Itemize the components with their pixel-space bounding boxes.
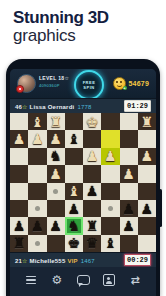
smiley-coin-icon: + xyxy=(113,77,126,90)
square-7-0[interactable]: ♜ xyxy=(10,235,28,252)
square-6-1[interactable]: ♟ xyxy=(28,217,46,234)
square-7-7[interactable] xyxy=(138,235,156,252)
square-1-7[interactable] xyxy=(138,130,156,147)
piece-bP: ♟ xyxy=(31,219,44,233)
piece-bP: ♟ xyxy=(86,184,99,198)
square-4-3[interactable]: ♝ xyxy=(65,183,83,200)
square-6-6[interactable]: ♟ xyxy=(120,217,138,234)
piece-wP: ♟ xyxy=(86,149,99,163)
square-1-4[interactable] xyxy=(83,130,101,147)
level-subtext: 4090360P xyxy=(39,83,69,88)
square-2-4[interactable]: ♟ xyxy=(83,148,101,165)
square-7-5[interactable]: ♝ xyxy=(101,235,119,252)
piece-bP: ♟ xyxy=(141,202,154,216)
piece-bQ: ♛ xyxy=(86,236,99,250)
player-clock: 00:29 xyxy=(124,254,151,266)
square-2-5[interactable]: ♟ xyxy=(101,148,119,165)
square-7-4[interactable]: ♛ xyxy=(83,235,101,252)
settings-gear-icon[interactable]: ⚙ xyxy=(51,274,64,286)
square-4-0[interactable] xyxy=(10,183,28,200)
piece-wP: ♟ xyxy=(13,132,26,146)
piece-bR: ♜ xyxy=(86,219,99,233)
notification-badge xyxy=(16,85,24,93)
square-5-1[interactable] xyxy=(28,200,46,217)
headline: Stunning 3D graphics xyxy=(13,8,109,45)
opponent-clock: 01:29 xyxy=(124,100,151,112)
square-3-7[interactable] xyxy=(138,165,156,182)
vip-badge: VIP xyxy=(67,258,77,264)
square-5-3[interactable]: ♟ xyxy=(65,200,83,217)
square-7-2[interactable] xyxy=(47,235,65,252)
store-screenshot: Stunning 3D graphics LEVEL 18☆ 4090360P … xyxy=(0,0,166,296)
square-2-3[interactable] xyxy=(65,148,83,165)
square-7-1[interactable] xyxy=(28,235,46,252)
opponent-name: Lissa Oernardi xyxy=(30,104,75,110)
square-2-7[interactable]: ♟ xyxy=(138,148,156,165)
piece-bN: ♞ xyxy=(68,219,81,233)
square-1-3[interactable]: ♝ xyxy=(65,130,83,147)
piece-bB: ♝ xyxy=(68,132,81,146)
piece-wP: ♟ xyxy=(31,132,44,146)
piece-wP: ♟ xyxy=(122,167,135,181)
square-5-5[interactable] xyxy=(101,200,119,217)
piece-wP: ♟ xyxy=(141,149,154,163)
legal-move-dot xyxy=(35,241,40,246)
square-3-5[interactable] xyxy=(101,165,119,182)
piece-bK: ♚ xyxy=(68,236,81,250)
bottom-nav: ⚙ ⇄ xyxy=(10,267,156,296)
profile-card-icon[interactable] xyxy=(103,274,116,286)
headline-line1: Stunning 3D xyxy=(13,8,109,27)
piece-bB: ♝ xyxy=(104,236,117,250)
piece-wP: ♟ xyxy=(104,149,117,163)
player-name: Michelle555 xyxy=(30,258,66,264)
piece-wB: ♝ xyxy=(31,115,44,129)
legal-move-dot xyxy=(35,206,40,211)
piece-wP: ♟ xyxy=(49,167,62,181)
square-5-7[interactable]: ♟ xyxy=(138,200,156,217)
square-0-4[interactable]: ♚ xyxy=(83,113,101,130)
square-3-2[interactable]: ♟ xyxy=(47,165,65,182)
opponent-bar: 46☆ Lissa Oernardi1778 01:29 xyxy=(10,98,156,113)
phone-mockup: LEVEL 18☆ 4090360P FREE SPIN + 54679 46☆… xyxy=(6,59,160,296)
square-2-2[interactable]: ♞ xyxy=(47,148,65,165)
piece-bN: ♞ xyxy=(49,149,62,163)
square-0-5[interactable] xyxy=(101,113,119,130)
coin-balance[interactable]: + 54679 xyxy=(113,77,149,90)
plus-icon: + xyxy=(123,86,127,90)
square-2-6[interactable] xyxy=(120,148,138,165)
piece-wP: ♟ xyxy=(49,132,62,146)
free-spin-line2: SPIN xyxy=(83,85,94,90)
square-6-2[interactable]: ♟ xyxy=(47,217,65,234)
square-4-6[interactable] xyxy=(120,183,138,200)
square-3-4[interactable] xyxy=(83,165,101,182)
piece-bP: ♟ xyxy=(122,202,135,216)
square-4-4[interactable]: ♟ xyxy=(83,183,101,200)
square-0-0[interactable] xyxy=(10,113,28,130)
square-1-1[interactable]: ♟ xyxy=(28,130,46,147)
square-1-2[interactable]: ♟ xyxy=(47,130,65,147)
top-hud: LEVEL 18☆ 4090360P FREE SPIN + 54679 xyxy=(10,69,156,98)
piece-bP: ♟ xyxy=(13,219,26,233)
star-icon: ☆ xyxy=(22,104,28,110)
square-6-5[interactable] xyxy=(101,217,119,234)
square-0-6[interactable] xyxy=(120,113,138,130)
opponent-rating: 1778 xyxy=(77,104,91,110)
square-6-0[interactable]: ♟ xyxy=(10,217,28,234)
level-star-icon: ☆ xyxy=(64,75,69,81)
square-3-0[interactable] xyxy=(10,165,28,182)
square-0-7[interactable]: ♜ xyxy=(138,113,156,130)
square-6-7[interactable] xyxy=(138,217,156,234)
square-5-2[interactable] xyxy=(47,200,65,217)
square-1-0[interactable]: ♟ xyxy=(10,130,28,147)
square-0-3[interactable] xyxy=(65,113,83,130)
square-6-4[interactable]: ♜ xyxy=(83,217,101,234)
square-0-2[interactable]: ♜ xyxy=(47,113,65,130)
square-4-1[interactable] xyxy=(28,183,46,200)
swap-arrows-icon[interactable]: ⇄ xyxy=(129,274,142,286)
square-6-3[interactable]: ♞ xyxy=(65,217,83,234)
free-spin-button[interactable]: FREE SPIN xyxy=(74,70,104,100)
square-5-6[interactable]: ♟ xyxy=(120,200,138,217)
square-7-6[interactable] xyxy=(120,235,138,252)
piece-wR: ♜ xyxy=(49,115,62,129)
avatar[interactable] xyxy=(17,74,36,93)
square-0-1[interactable]: ♝ xyxy=(28,113,46,130)
square-3-6[interactable]: ♟ xyxy=(120,165,138,182)
coin-amount: 54679 xyxy=(129,80,149,87)
legal-move-dot xyxy=(53,189,58,194)
chat-icon[interactable] xyxy=(77,274,90,286)
square-4-7[interactable] xyxy=(138,183,156,200)
square-3-1[interactable] xyxy=(28,165,46,182)
menu-icon[interactable] xyxy=(25,274,38,286)
piece-wK: ♚ xyxy=(86,115,99,129)
star-icon: ☆ xyxy=(22,258,28,264)
level-block: LEVEL 18☆ 4090360P xyxy=(39,75,69,88)
square-7-3[interactable]: ♚ xyxy=(65,235,83,252)
square-2-0[interactable] xyxy=(10,148,28,165)
square-5-4[interactable] xyxy=(83,200,101,217)
square-1-5[interactable] xyxy=(101,130,119,147)
square-4-2[interactable] xyxy=(47,183,65,200)
piece-bP: ♟ xyxy=(68,202,81,216)
piece-wB: ♝ xyxy=(68,184,81,198)
headline-line2: graphics xyxy=(13,27,109,45)
player-bar: 21☆ Michelle555VIP1467 00:29 xyxy=(10,252,156,267)
level-label: LEVEL 18 xyxy=(39,75,64,81)
app-screen: LEVEL 18☆ 4090360P FREE SPIN + 54679 46☆… xyxy=(10,69,156,296)
chess-board: ♝♜♚♜♟♟♟♝♞♟♟♟♟♟♝♟♟♟♟♟♟♟♞♜♟♜♚♛♝ xyxy=(10,113,156,252)
piece-wR: ♜ xyxy=(141,115,154,129)
square-1-6[interactable] xyxy=(120,130,138,147)
square-2-1[interactable] xyxy=(28,148,46,165)
square-5-0[interactable] xyxy=(10,200,28,217)
square-4-5[interactable] xyxy=(101,183,119,200)
player-rating: 1467 xyxy=(81,258,95,264)
piece-bP: ♟ xyxy=(49,219,62,233)
square-3-3[interactable] xyxy=(65,165,83,182)
piece-bR: ♜ xyxy=(13,236,26,250)
legal-move-dot xyxy=(108,206,113,211)
volume-button xyxy=(159,189,162,227)
piece-bP: ♟ xyxy=(122,219,135,233)
